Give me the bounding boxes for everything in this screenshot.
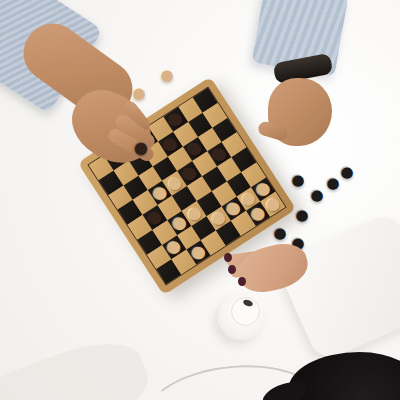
captured-dark-piece: ● [273,226,286,241]
nail-polish [228,265,236,274]
captured-dark-piece: ● [310,188,323,203]
captured-dark-piece: ● [326,176,339,191]
loose-light-piece: ● [160,68,173,83]
nail-polish [224,253,232,262]
captured-dark-piece: ● [291,173,304,188]
nail-polish [238,277,246,286]
held-dark-piece[interactable]: ● [134,140,148,156]
loose-light-piece: ● [132,86,145,101]
captured-dark-piece: ● [340,165,353,180]
photo-scene: ●●●●●●●●●●●●●●●●●● ●●●●●●●●● ● [0,0,400,400]
captured-dark-piece: ● [295,208,308,223]
